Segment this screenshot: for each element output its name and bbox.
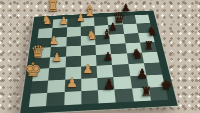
piece-black-knight-e7: ♞ (131, 47, 143, 60)
piece-black-rook-d8: ♜ (144, 40, 154, 51)
piece-white-pawn-f4: ♟ (83, 63, 94, 75)
piece-black-pawn-e5: ♟ (103, 51, 113, 62)
piece-white-rook-a1: ♜ (46, 0, 59, 14)
piece-black-king-h8: ♚ (160, 78, 172, 91)
piece-black-pawn-g7: ♟ (136, 67, 148, 80)
piece-white-knight-b1: ♞ (42, 14, 53, 26)
pieces-layer: ♟♜♝♟♛♞♟♟♞♝♞♟♜♛♞♟♟♟♚♟♟♟♚♜ (0, 0, 200, 113)
piece-white-knight-c4: ♞ (87, 29, 98, 41)
piece-white-pawn-b2: ♟ (60, 16, 69, 26)
piece-black-bishop-c5: ♝ (102, 28, 113, 40)
piece-white-pawn-h3: ♟ (66, 76, 78, 89)
piece-white-pawn-e2: ♟ (52, 52, 62, 63)
piece-black-knight-c8: ♞ (147, 25, 158, 37)
piece-white-king-g1: ♚ (24, 60, 41, 79)
piece-black-pawn-h5: ♟ (103, 77, 116, 91)
chess-photo: ♟♜♝♟♛♞♟♟♞♝♞♟♜♛♞♟♟♟♚♟♟♟♚♜ (0, 0, 200, 113)
piece-white-pawn-b3: ♟ (77, 13, 86, 23)
piece-black-rook-h7: ♜ (140, 85, 152, 98)
piece-white-pawn-d2: ♟ (49, 35, 59, 46)
